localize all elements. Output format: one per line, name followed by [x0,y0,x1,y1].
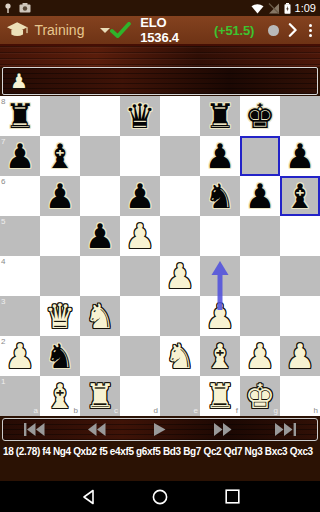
square-e4[interactable]: ♟ [160,256,200,296]
recents-button[interactable] [223,488,241,506]
square-e8[interactable] [160,96,200,136]
skip-to-end-button[interactable] [266,419,306,440]
battery-icon [284,3,291,14]
captured-pieces-tray: ♟ [2,67,318,95]
elo-delta: (+51.5) [214,23,254,38]
file-label: h [314,406,318,415]
square-c8[interactable] [80,96,120,136]
app-toolbar: Training ELO 1536.4 (+51.5) [0,16,320,46]
square-g1[interactable]: ♚g [240,376,280,416]
overflow-menu-icon[interactable] [306,22,315,39]
square-f2[interactable]: ♝ [200,336,240,376]
white-bishop: ♝ [200,336,240,376]
square-d4[interactable] [120,256,160,296]
file-label: f [236,406,238,415]
move-list[interactable]: 18 (2.78) f4 Ng4 Qxb2 f5 e4xf5 g6xf5 Bd3… [0,441,320,457]
file-label: a [34,406,38,415]
white-pawn: ♟ [280,336,320,376]
white-pawn: ♟ [240,336,280,376]
square-d6[interactable]: ♟ [120,176,160,216]
square-d2[interactable] [120,336,160,376]
square-d8[interactable]: ♛ [120,96,160,136]
skip-to-start-button[interactable] [14,419,54,440]
square-g4[interactable] [240,256,280,296]
square-f4[interactable] [200,256,240,296]
black-pawn: ♟ [80,216,120,256]
square-d3[interactable] [120,296,160,336]
square-g3[interactable] [240,296,280,336]
square-g5[interactable] [240,216,280,256]
square-h3[interactable] [280,296,320,336]
captured-piece-list: ♟ [10,68,28,94]
square-a5[interactable]: 5 [0,216,40,256]
square-a3[interactable]: 3 [0,296,40,336]
white-pawn: ♟ [200,296,240,336]
file-label: b [74,406,78,415]
square-g7[interactable] [240,136,280,176]
rank-label: 4 [1,257,5,266]
square-d1[interactable]: d [120,376,160,416]
square-e3[interactable] [160,296,200,336]
square-e7[interactable] [160,136,200,176]
square-e5[interactable] [160,216,200,256]
black-pawn: ♟ [280,136,320,176]
square-h1[interactable]: h [280,376,320,416]
square-c6[interactable] [80,176,120,216]
square-h8[interactable] [280,96,320,136]
rank-label: 6 [1,177,5,186]
black-pawn: ♟ [200,136,240,176]
elo-rating: ELO 1536.4 [140,15,205,45]
square-h2[interactable]: ♟ [280,336,320,376]
square-b3[interactable]: ♛ [40,296,80,336]
white-pawn-captured: ♟ [10,69,28,93]
square-g2[interactable]: ♟ [240,336,280,376]
square-g6[interactable]: ♟ [240,176,280,216]
square-c5[interactable]: ♟ [80,216,120,256]
black-knight: ♞ [200,176,240,216]
board-grid: ♜8♛♜♚♟7♝♟♟6♟♟♞♟♝5♟♟4♟3♛♞♟♟2♞♞♝♟♟1a♝b♜cde… [0,96,320,416]
white-pawn: ♟ [0,336,40,376]
black-pawn: ♟ [240,176,280,216]
file-label: c [114,406,118,415]
black-bishop: ♝ [40,136,80,176]
square-h7[interactable]: ♟ [280,136,320,176]
square-b7[interactable]: ♝ [40,136,80,176]
square-e6[interactable] [160,176,200,216]
screen-title[interactable]: Training [34,22,84,38]
square-b8[interactable] [40,96,80,136]
white-pawn: ♟ [160,256,200,296]
white-queen: ♛ [40,296,80,336]
cell-signal-icon [268,3,280,14]
square-f8[interactable]: ♜ [200,96,240,136]
training-cap-icon[interactable] [6,21,28,39]
chess-training-app: 1:09 Training ELO 1536.4 (+51.5) ♟ [0,0,320,512]
file-label: d [154,406,158,415]
status-time: 1:09 [295,0,316,16]
wifi-icon [251,3,264,14]
black-pawn: ♟ [40,176,80,216]
square-h6[interactable]: ♝ [280,176,320,216]
black-queen: ♛ [120,96,160,136]
white-knight: ♞ [80,296,120,336]
square-a2[interactable]: ♟2 [0,336,40,376]
rank-label: 2 [1,337,5,346]
black-pawn: ♟ [120,176,160,216]
black-bishop: ♝ [280,176,320,216]
square-h4[interactable] [280,256,320,296]
square-d5[interactable]: ♟ [120,216,160,256]
square-a4[interactable]: 4 [0,256,40,296]
black-rook: ♜ [200,96,240,136]
rank-label: 7 [1,137,5,146]
square-b5[interactable] [40,216,80,256]
square-c4[interactable] [80,256,120,296]
playback-bar [2,418,318,441]
file-label: e [194,406,198,415]
square-a6[interactable]: 6 [0,176,40,216]
square-f1[interactable]: ♜f [200,376,240,416]
square-b4[interactable] [40,256,80,296]
square-f3[interactable]: ♟ [200,296,240,336]
chess-board: ♜8♛♜♚♟7♝♟♟6♟♟♞♟♝5♟♟4♟3♛♞♟♟2♞♞♝♟♟1a♝b♜cde… [0,96,320,416]
square-f5[interactable] [200,216,240,256]
rank-label: 1 [1,377,5,386]
dropdown-caret-icon[interactable] [100,28,110,33]
square-e1[interactable]: e [160,376,200,416]
step-back-button[interactable] [77,419,117,440]
black-knight: ♞ [40,336,80,376]
white-knight: ♞ [160,336,200,376]
home-button[interactable] [151,488,169,506]
square-b2[interactable]: ♞ [40,336,80,376]
square-b6[interactable]: ♟ [40,176,80,216]
status-bar: 1:09 [0,0,320,16]
square-c2[interactable] [80,336,120,376]
square-c1[interactable]: ♜c [80,376,120,416]
rank-label: 8 [1,97,5,106]
black-king: ♚ [240,96,280,136]
black-pawn: ♟ [0,136,40,176]
square-c3[interactable]: ♞ [80,296,120,336]
step-forward-button[interactable] [203,419,243,440]
android-nav-bar [0,481,320,512]
square-g8[interactable]: ♚ [240,96,280,136]
black-rook: ♜ [0,96,40,136]
rank-label: 3 [1,297,5,306]
back-button[interactable] [79,488,97,506]
screenshot-icon [19,3,31,13]
file-label: g [274,406,278,415]
square-f7[interactable]: ♟ [200,136,240,176]
white-rook: ♜ [200,376,240,416]
wood-background [0,46,320,67]
check-icon [110,22,131,38]
square-a8[interactable]: ♜8 [0,96,40,136]
square-h5[interactable] [280,216,320,256]
square-f6[interactable]: ♞ [200,176,240,216]
square-d7[interactable] [120,136,160,176]
square-c7[interactable] [80,136,120,176]
square-b1[interactable]: ♝b [40,376,80,416]
square-a7[interactable]: ♟7 [0,136,40,176]
white-pawn: ♟ [120,216,160,256]
rank-label: 5 [1,217,5,226]
status-dot [268,25,278,36]
play-button[interactable] [140,419,180,440]
pin-icon [4,3,12,14]
square-e2[interactable]: ♞ [160,336,200,376]
square-a1[interactable]: 1a [0,376,40,416]
next-chevron-icon[interactable] [288,22,297,38]
